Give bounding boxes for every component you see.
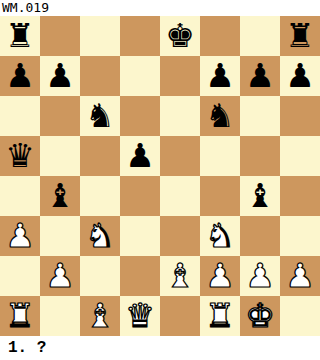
square-g2[interactable]: ♟ [240,256,280,296]
piece-black-pawn[interactable]: ♟ [205,56,235,96]
square-e8[interactable]: ♚ [160,16,200,56]
piece-black-pawn[interactable]: ♟ [45,56,75,96]
square-e7[interactable] [160,56,200,96]
piece-black-pawn[interactable]: ♟ [125,136,155,176]
piece-black-rook[interactable]: ♜ [5,16,35,56]
piece-black-rook[interactable]: ♜ [285,16,315,56]
piece-black-pawn[interactable]: ♟ [245,56,275,96]
square-d7[interactable] [120,56,160,96]
square-a7[interactable]: ♟ [0,56,40,96]
square-a4[interactable] [0,176,40,216]
square-c6[interactable]: ♞ [80,96,120,136]
square-h4[interactable] [280,176,320,216]
square-h3[interactable] [280,216,320,256]
square-a3[interactable]: ♟ [0,216,40,256]
square-h2[interactable]: ♟ [280,256,320,296]
piece-white-rook[interactable]: ♜ [5,296,35,336]
piece-white-pawn[interactable]: ♟ [5,216,35,256]
chess-board: ♜♚♜♟♟♟♟♟♞♞♛♟♝♝♟♞♞♟♝♟♟♟♜♝♛♜♚ [0,16,320,336]
square-e2[interactable]: ♝ [160,256,200,296]
square-f3[interactable]: ♞ [200,216,240,256]
square-a2[interactable] [0,256,40,296]
square-d3[interactable] [120,216,160,256]
square-f1[interactable]: ♜ [200,296,240,336]
square-c5[interactable] [80,136,120,176]
square-c4[interactable] [80,176,120,216]
square-c7[interactable] [80,56,120,96]
square-a6[interactable] [0,96,40,136]
square-g3[interactable] [240,216,280,256]
square-g1[interactable]: ♚ [240,296,280,336]
square-a5[interactable]: ♛ [0,136,40,176]
square-d5[interactable]: ♟ [120,136,160,176]
square-d1[interactable]: ♛ [120,296,160,336]
square-h1[interactable] [280,296,320,336]
square-b5[interactable] [40,136,80,176]
piece-black-king[interactable]: ♚ [165,16,195,56]
square-h8[interactable]: ♜ [280,16,320,56]
square-a1[interactable]: ♜ [0,296,40,336]
square-e4[interactable] [160,176,200,216]
piece-black-queen[interactable]: ♛ [5,136,35,176]
square-e1[interactable] [160,296,200,336]
square-d8[interactable] [120,16,160,56]
piece-white-pawn[interactable]: ♟ [205,256,235,296]
square-b3[interactable] [40,216,80,256]
square-g6[interactable] [240,96,280,136]
piece-black-pawn[interactable]: ♟ [5,56,35,96]
square-b6[interactable] [40,96,80,136]
square-f6[interactable]: ♞ [200,96,240,136]
piece-black-knight[interactable]: ♞ [85,96,115,136]
square-d2[interactable] [120,256,160,296]
square-c1[interactable]: ♝ [80,296,120,336]
piece-white-bishop[interactable]: ♝ [165,256,195,296]
square-b2[interactable]: ♟ [40,256,80,296]
piece-white-knight[interactable]: ♞ [85,216,115,256]
square-f2[interactable]: ♟ [200,256,240,296]
square-h5[interactable] [280,136,320,176]
square-e6[interactable] [160,96,200,136]
square-f8[interactable] [200,16,240,56]
square-d6[interactable] [120,96,160,136]
square-f7[interactable]: ♟ [200,56,240,96]
square-g8[interactable] [240,16,280,56]
square-b4[interactable]: ♝ [40,176,80,216]
square-g7[interactable]: ♟ [240,56,280,96]
square-b8[interactable] [40,16,80,56]
square-b1[interactable] [40,296,80,336]
square-h6[interactable] [280,96,320,136]
piece-black-knight[interactable]: ♞ [205,96,235,136]
square-e5[interactable] [160,136,200,176]
puzzle-title: WM.019 [0,0,320,16]
square-g5[interactable] [240,136,280,176]
piece-white-bishop[interactable]: ♝ [85,296,115,336]
piece-black-bishop[interactable]: ♝ [245,176,275,216]
square-h7[interactable]: ♟ [280,56,320,96]
square-c2[interactable] [80,256,120,296]
piece-white-queen[interactable]: ♛ [125,296,155,336]
move-prompt: 1. ? [0,336,320,360]
piece-black-pawn[interactable]: ♟ [285,56,315,96]
square-f5[interactable] [200,136,240,176]
piece-white-pawn[interactable]: ♟ [245,256,275,296]
piece-white-king[interactable]: ♚ [245,296,275,336]
piece-black-bishop[interactable]: ♝ [45,176,75,216]
square-e3[interactable] [160,216,200,256]
piece-white-knight[interactable]: ♞ [205,216,235,256]
square-g4[interactable]: ♝ [240,176,280,216]
square-c3[interactable]: ♞ [80,216,120,256]
square-c8[interactable] [80,16,120,56]
piece-white-pawn[interactable]: ♟ [45,256,75,296]
square-f4[interactable] [200,176,240,216]
square-a8[interactable]: ♜ [0,16,40,56]
piece-white-pawn[interactable]: ♟ [285,256,315,296]
piece-white-rook[interactable]: ♜ [205,296,235,336]
square-b7[interactable]: ♟ [40,56,80,96]
square-d4[interactable] [120,176,160,216]
